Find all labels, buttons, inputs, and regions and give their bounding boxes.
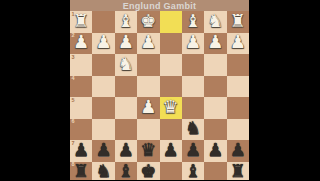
black-queen: ♛	[140, 141, 156, 159]
square-g3[interactable]	[92, 54, 114, 76]
square-h4[interactable]: 4	[70, 76, 92, 98]
rank-label-1: 1	[72, 12, 75, 18]
black-rook: ♜	[230, 162, 246, 180]
square-d8[interactable]	[160, 162, 182, 181]
white-pawn: ♟	[95, 33, 111, 51]
square-g2[interactable]: ♟	[92, 33, 114, 55]
square-e1[interactable]: ♚	[137, 11, 159, 33]
square-g1[interactable]	[92, 11, 114, 33]
letterbox-right	[249, 0, 320, 180]
square-c3[interactable]	[182, 54, 204, 76]
square-e3[interactable]	[137, 54, 159, 76]
square-d1[interactable]	[160, 11, 182, 33]
square-f7[interactable]: ♟	[115, 140, 137, 162]
black-bishop: ♝	[185, 162, 201, 180]
black-pawn: ♟	[230, 141, 246, 159]
square-c4[interactable]	[182, 76, 204, 98]
rank-label-5: 5	[72, 98, 75, 104]
square-f1[interactable]: ♝	[115, 11, 137, 33]
rank-label-6: 6	[72, 119, 75, 125]
rank-label-8: 8	[72, 162, 75, 168]
square-b2[interactable]: ♟	[204, 33, 226, 55]
square-c2[interactable]: ♟	[182, 33, 204, 55]
square-e4[interactable]	[137, 76, 159, 98]
square-b4[interactable]	[204, 76, 226, 98]
rank-label-2: 2	[72, 33, 75, 39]
square-c1[interactable]: ♝	[182, 11, 204, 33]
square-g4[interactable]	[92, 76, 114, 98]
white-pawn: ♟	[73, 33, 89, 51]
square-a1[interactable]: ♜	[227, 11, 249, 33]
white-rook: ♜	[73, 12, 89, 30]
black-rook: ♜	[73, 162, 89, 180]
square-g6[interactable]	[92, 119, 114, 141]
square-e6[interactable]	[137, 119, 159, 141]
white-pawn: ♟	[140, 98, 156, 116]
square-d4[interactable]	[160, 76, 182, 98]
video-content: Englund Gambit 1♜♝♚♝♞♜2♟♟♟♟♟♟♟3♞45♟♛6♞7♟…	[70, 0, 249, 180]
title-bar: Englund Gambit	[70, 0, 249, 11]
square-a6[interactable]	[227, 119, 249, 141]
white-knight: ♞	[118, 55, 134, 73]
square-h7[interactable]: 7♟	[70, 140, 92, 162]
white-pawn: ♟	[140, 33, 156, 51]
square-c5[interactable]	[182, 97, 204, 119]
square-d6[interactable]	[160, 119, 182, 141]
black-knight: ♞	[185, 119, 201, 137]
square-b1[interactable]: ♞	[204, 11, 226, 33]
square-g8[interactable]: ♞	[92, 162, 114, 181]
square-c8[interactable]: ♝	[182, 162, 204, 181]
square-f5[interactable]	[115, 97, 137, 119]
square-a8[interactable]: ♜	[227, 162, 249, 181]
square-e8[interactable]: ♚	[137, 162, 159, 181]
square-g7[interactable]: ♟	[92, 140, 114, 162]
square-h8[interactable]: 8♜	[70, 162, 92, 181]
square-a5[interactable]	[227, 97, 249, 119]
white-knight: ♞	[207, 12, 223, 30]
black-pawn: ♟	[95, 141, 111, 159]
black-bishop: ♝	[118, 162, 134, 180]
square-h3[interactable]: 3	[70, 54, 92, 76]
square-a3[interactable]	[227, 54, 249, 76]
letterbox-left	[0, 0, 70, 180]
square-a4[interactable]	[227, 76, 249, 98]
square-b7[interactable]: ♟	[204, 140, 226, 162]
square-g5[interactable]	[92, 97, 114, 119]
square-d7[interactable]: ♟	[160, 140, 182, 162]
square-e5[interactable]: ♟	[137, 97, 159, 119]
square-d5[interactable]: ♛	[160, 97, 182, 119]
white-pawn: ♟	[230, 33, 246, 51]
black-pawn: ♟	[207, 141, 223, 159]
square-b3[interactable]	[204, 54, 226, 76]
square-a2[interactable]: ♟	[227, 33, 249, 55]
white-rook: ♜	[230, 12, 246, 30]
square-h2[interactable]: 2♟	[70, 33, 92, 55]
black-pawn: ♟	[73, 141, 89, 159]
rank-label-3: 3	[72, 55, 75, 61]
square-f6[interactable]	[115, 119, 137, 141]
chess-board[interactable]: 1♜♝♚♝♞♜2♟♟♟♟♟♟♟3♞45♟♛6♞7♟♟♟♛♟♟♟♟8♜♞♝♚♝♜	[70, 11, 249, 180]
black-pawn: ♟	[118, 141, 134, 159]
white-bishop: ♝	[118, 12, 134, 30]
square-e7[interactable]: ♛	[137, 140, 159, 162]
white-bishop: ♝	[185, 12, 201, 30]
white-queen: ♛	[163, 98, 179, 116]
square-f3[interactable]: ♞	[115, 54, 137, 76]
white-pawn: ♟	[185, 33, 201, 51]
square-f2[interactable]: ♟	[115, 33, 137, 55]
square-b8[interactable]	[204, 162, 226, 181]
square-h6[interactable]: 6	[70, 119, 92, 141]
square-d3[interactable]	[160, 54, 182, 76]
square-h1[interactable]: 1♜	[70, 11, 92, 33]
square-b5[interactable]	[204, 97, 226, 119]
square-f4[interactable]	[115, 76, 137, 98]
square-e2[interactable]: ♟	[137, 33, 159, 55]
square-b6[interactable]	[204, 119, 226, 141]
rank-label-7: 7	[72, 141, 75, 147]
square-h5[interactable]: 5	[70, 97, 92, 119]
white-king: ♚	[140, 12, 156, 30]
square-f8[interactable]: ♝	[115, 162, 137, 181]
black-king: ♚	[140, 162, 156, 180]
white-pawn: ♟	[118, 33, 134, 51]
square-c7[interactable]: ♟	[182, 140, 204, 162]
square-d2[interactable]	[160, 33, 182, 55]
white-pawn: ♟	[207, 33, 223, 51]
page-title: Englund Gambit	[123, 0, 197, 10]
square-c6[interactable]: ♞	[182, 119, 204, 141]
black-pawn: ♟	[185, 141, 201, 159]
black-knight: ♞	[95, 162, 111, 180]
rank-label-4: 4	[72, 76, 75, 82]
black-pawn: ♟	[163, 141, 179, 159]
video-frame: Englund Gambit 1♜♝♚♝♞♜2♟♟♟♟♟♟♟3♞45♟♛6♞7♟…	[0, 0, 320, 180]
square-a7[interactable]: ♟	[227, 140, 249, 162]
